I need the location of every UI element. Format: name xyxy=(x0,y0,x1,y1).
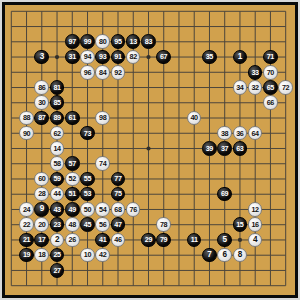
stone-black-37: 37 xyxy=(217,141,232,156)
stone-white-70: 70 xyxy=(263,65,278,80)
stone-white-26: 26 xyxy=(65,233,80,248)
stone-white-88: 88 xyxy=(19,111,34,126)
stone-black-35: 35 xyxy=(202,50,217,65)
stone-white-92: 92 xyxy=(111,65,126,80)
stone-black-93: 93 xyxy=(95,50,110,65)
stone-white-38: 38 xyxy=(217,126,232,141)
stone-white-66: 66 xyxy=(263,95,278,110)
stone-black-11: 11 xyxy=(187,233,202,248)
stone-black-63: 63 xyxy=(233,141,248,156)
stone-black-1: 1 xyxy=(233,50,248,65)
stone-black-19: 19 xyxy=(19,248,34,263)
stone-black-39: 39 xyxy=(202,141,217,156)
stone-white-14: 14 xyxy=(50,141,65,156)
stone-black-23: 23 xyxy=(50,217,65,232)
stone-black-43: 43 xyxy=(50,202,65,217)
stone-white-56: 56 xyxy=(95,217,110,232)
stones-grid: 1234567891011121314151617181920212223242… xyxy=(4,4,294,294)
stone-white-48: 48 xyxy=(65,217,80,232)
stone-white-46: 46 xyxy=(111,233,126,248)
stone-black-97: 97 xyxy=(65,34,80,49)
stone-black-9: 9 xyxy=(34,202,49,217)
go-diagram: 1234567891011121314151617181920212223242… xyxy=(0,0,300,300)
stone-white-94: 94 xyxy=(80,50,95,65)
stone-black-79: 79 xyxy=(156,233,171,248)
stone-white-2: 2 xyxy=(50,233,65,248)
stone-black-85: 85 xyxy=(50,95,65,110)
stone-white-74: 74 xyxy=(95,156,110,171)
stone-white-78: 78 xyxy=(156,217,171,232)
stone-white-40: 40 xyxy=(187,111,202,126)
stone-white-54: 54 xyxy=(95,202,110,217)
stone-black-87: 87 xyxy=(34,111,49,126)
stone-black-5: 5 xyxy=(217,233,232,248)
stone-black-73: 73 xyxy=(80,126,95,141)
stone-black-17: 17 xyxy=(34,233,49,248)
stone-black-41: 41 xyxy=(95,233,110,248)
stone-white-96: 96 xyxy=(80,65,95,80)
stone-white-68: 68 xyxy=(111,202,126,217)
stone-black-59: 59 xyxy=(50,172,65,187)
stone-white-18: 18 xyxy=(34,248,49,263)
stone-white-4: 4 xyxy=(248,233,263,248)
stone-white-8: 8 xyxy=(233,248,248,263)
stone-black-65: 65 xyxy=(263,80,278,95)
stone-white-50: 50 xyxy=(80,202,95,217)
stone-white-34: 34 xyxy=(233,80,248,95)
stone-black-99: 99 xyxy=(80,34,95,49)
stone-white-42: 42 xyxy=(95,248,110,263)
stone-white-24: 24 xyxy=(19,202,34,217)
stone-black-75: 75 xyxy=(111,187,126,202)
stone-black-81: 81 xyxy=(50,80,65,95)
stone-white-36: 36 xyxy=(233,126,248,141)
stone-white-32: 32 xyxy=(248,80,263,95)
stone-white-22: 22 xyxy=(19,217,34,232)
stone-black-33: 33 xyxy=(248,65,263,80)
stone-white-64: 64 xyxy=(248,126,263,141)
stone-white-58: 58 xyxy=(50,156,65,171)
stone-black-71: 71 xyxy=(263,50,278,65)
stone-white-28: 28 xyxy=(34,187,49,202)
stone-white-30: 30 xyxy=(34,95,49,110)
stone-white-52: 52 xyxy=(65,172,80,187)
stone-black-89: 89 xyxy=(50,111,65,126)
stone-black-45: 45 xyxy=(80,217,95,232)
stone-white-44: 44 xyxy=(50,187,65,202)
stone-white-10: 10 xyxy=(80,248,95,263)
stone-white-16: 16 xyxy=(248,217,263,232)
stone-black-69: 69 xyxy=(217,187,232,202)
stone-black-21: 21 xyxy=(19,233,34,248)
stone-black-7: 7 xyxy=(202,248,217,263)
stone-black-83: 83 xyxy=(141,34,156,49)
stone-white-6: 6 xyxy=(217,248,232,263)
stone-white-90: 90 xyxy=(19,126,34,141)
stone-black-13: 13 xyxy=(126,34,141,49)
stone-white-84: 84 xyxy=(95,65,110,80)
stone-black-61: 61 xyxy=(65,111,80,126)
stone-black-31: 31 xyxy=(65,50,80,65)
stone-black-25: 25 xyxy=(50,248,65,263)
stone-white-86: 86 xyxy=(34,80,49,95)
stone-white-12: 12 xyxy=(248,202,263,217)
stone-white-72: 72 xyxy=(278,80,293,95)
stone-white-76: 76 xyxy=(126,202,141,217)
stone-black-29: 29 xyxy=(141,233,156,248)
stone-white-80: 80 xyxy=(95,34,110,49)
stone-black-95: 95 xyxy=(111,34,126,49)
stone-white-62: 62 xyxy=(50,126,65,141)
stone-black-55: 55 xyxy=(80,172,95,187)
stone-black-67: 67 xyxy=(156,50,171,65)
stone-black-57: 57 xyxy=(65,156,80,171)
stone-white-20: 20 xyxy=(34,217,49,232)
stone-black-91: 91 xyxy=(111,50,126,65)
stone-black-77: 77 xyxy=(111,172,126,187)
stone-black-27: 27 xyxy=(50,263,65,278)
stone-black-47: 47 xyxy=(111,217,126,232)
stone-black-15: 15 xyxy=(233,217,248,232)
stone-black-53: 53 xyxy=(80,187,95,202)
stone-white-82: 82 xyxy=(126,50,141,65)
stone-black-51: 51 xyxy=(65,187,80,202)
stone-white-60: 60 xyxy=(34,172,49,187)
stone-white-98: 98 xyxy=(95,111,110,126)
stone-black-49: 49 xyxy=(65,202,80,217)
stone-black-3: 3 xyxy=(34,50,49,65)
